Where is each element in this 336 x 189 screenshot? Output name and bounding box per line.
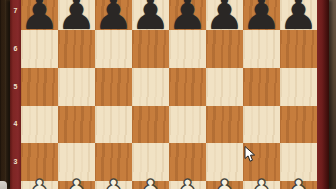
square-f6[interactable]	[206, 30, 243, 68]
square-f2[interactable]: ♟	[206, 181, 243, 189]
white-pawn[interactable]: ♟	[279, 177, 318, 189]
white-pawn[interactable]: ♟	[205, 177, 244, 189]
white-pawn[interactable]: ♟	[20, 177, 59, 189]
black-pawn[interactable]: ♟	[168, 0, 207, 33]
black-pawn[interactable]: ♟	[94, 0, 133, 33]
rank-label-3: 3	[10, 157, 21, 167]
rank-label-4: 4	[10, 119, 21, 129]
mouse-cursor-icon	[244, 146, 256, 163]
square-b2[interactable]: ♟	[58, 181, 95, 189]
white-pawn[interactable]: ♟	[57, 177, 96, 189]
black-pawn[interactable]: ♟	[205, 0, 244, 33]
square-c4[interactable]	[95, 106, 132, 144]
square-a7[interactable]: ♟	[21, 0, 58, 30]
square-f5[interactable]	[206, 68, 243, 106]
desk-wood-right-edge	[329, 0, 336, 189]
square-g7[interactable]: ♟	[243, 0, 280, 30]
black-pawn[interactable]: ♟	[57, 0, 96, 33]
square-e6[interactable]	[169, 30, 206, 68]
square-f4[interactable]	[206, 106, 243, 144]
square-d6[interactable]	[132, 30, 169, 68]
white-pawn[interactable]: ♟	[94, 177, 133, 189]
square-b4[interactable]	[58, 106, 95, 144]
white-pawn[interactable]: ♟	[242, 177, 281, 189]
square-e2[interactable]: ♟	[169, 181, 206, 189]
square-a5[interactable]	[21, 68, 58, 106]
black-pawn[interactable]: ♟	[242, 0, 281, 33]
square-b7[interactable]: ♟	[58, 0, 95, 30]
white-pawn[interactable]: ♟	[168, 177, 207, 189]
square-c2[interactable]: ♟	[95, 181, 132, 189]
square-b6[interactable]	[58, 30, 95, 68]
rank-label-6: 6	[10, 44, 21, 54]
ui-artifact-bottom-left	[0, 181, 7, 189]
square-h2[interactable]: ♟	[280, 181, 317, 189]
square-g6[interactable]	[243, 30, 280, 68]
board-frame-right	[317, 0, 329, 189]
square-e7[interactable]: ♟	[169, 0, 206, 30]
square-g5[interactable]	[243, 68, 280, 106]
square-a6[interactable]	[21, 30, 58, 68]
square-g4[interactable]	[243, 106, 280, 144]
white-pawn[interactable]: ♟	[131, 177, 170, 189]
square-h7[interactable]: ♟	[280, 0, 317, 30]
board[interactable]: ♟♟♟♟♟♟♟♟♟♟♟♟♟♟♟♟	[21, 0, 317, 189]
rank-label-7: 7	[10, 6, 21, 16]
square-c6[interactable]	[95, 30, 132, 68]
square-d4[interactable]	[132, 106, 169, 144]
square-h6[interactable]	[280, 30, 317, 68]
square-a4[interactable]	[21, 106, 58, 144]
square-c7[interactable]: ♟	[95, 0, 132, 30]
rank-label-5: 5	[10, 82, 21, 92]
square-e4[interactable]	[169, 106, 206, 144]
black-pawn[interactable]: ♟	[20, 0, 59, 33]
square-c5[interactable]	[95, 68, 132, 106]
square-f7[interactable]: ♟	[206, 0, 243, 30]
chess-app-window: ♟♟♟♟♟♟♟♟♟♟♟♟♟♟♟♟ 76543	[0, 0, 336, 189]
square-h4[interactable]	[280, 106, 317, 144]
square-a2[interactable]: ♟	[21, 181, 58, 189]
square-d7[interactable]: ♟	[132, 0, 169, 30]
black-pawn[interactable]: ♟	[279, 0, 318, 33]
black-pawn[interactable]: ♟	[131, 0, 170, 33]
square-d5[interactable]	[132, 68, 169, 106]
square-g2[interactable]: ♟	[243, 181, 280, 189]
square-h5[interactable]	[280, 68, 317, 106]
square-e5[interactable]	[169, 68, 206, 106]
square-d2[interactable]: ♟	[132, 181, 169, 189]
square-b5[interactable]	[58, 68, 95, 106]
